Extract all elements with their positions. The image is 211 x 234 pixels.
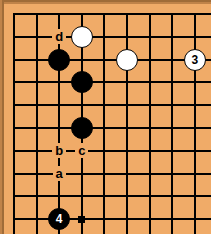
intersection xyxy=(48,48,71,71)
intersection xyxy=(161,185,184,208)
intersection xyxy=(70,117,93,140)
intersection xyxy=(138,25,161,48)
intersection xyxy=(161,139,184,162)
intersection xyxy=(116,185,139,208)
intersection xyxy=(70,162,93,185)
intersection xyxy=(183,25,206,48)
intersection xyxy=(25,208,48,231)
intersection xyxy=(70,208,93,231)
intersection xyxy=(138,117,161,140)
intersection xyxy=(183,162,206,185)
intersection xyxy=(93,25,116,48)
intersection xyxy=(183,117,206,140)
intersection xyxy=(161,48,184,71)
black-stone: 4 xyxy=(48,208,70,230)
intersection xyxy=(161,117,184,140)
intersection xyxy=(116,94,139,117)
point-label: a xyxy=(53,166,66,181)
intersection xyxy=(183,208,206,231)
star-point-marker xyxy=(78,216,85,223)
intersection xyxy=(93,3,116,26)
white-stone xyxy=(116,49,138,71)
white-stone: 3 xyxy=(184,49,206,71)
intersection xyxy=(93,94,116,117)
intersection xyxy=(25,185,48,208)
intersection xyxy=(48,185,71,208)
intersection xyxy=(161,94,184,117)
intersection xyxy=(183,71,206,94)
intersection xyxy=(70,71,93,94)
intersection xyxy=(25,117,48,140)
intersection xyxy=(138,48,161,71)
intersection xyxy=(70,185,93,208)
intersection xyxy=(25,25,48,48)
intersection xyxy=(161,162,184,185)
intersection xyxy=(93,185,116,208)
intersection xyxy=(93,117,116,140)
intersection xyxy=(138,185,161,208)
intersection xyxy=(93,162,116,185)
intersection xyxy=(93,139,116,162)
intersection xyxy=(138,94,161,117)
intersection: c xyxy=(70,139,93,162)
intersection: d xyxy=(48,25,71,48)
intersection xyxy=(48,3,71,26)
black-stone xyxy=(71,117,93,139)
intersection xyxy=(183,3,206,26)
intersection xyxy=(3,139,26,162)
intersection xyxy=(138,208,161,231)
intersection xyxy=(3,71,26,94)
intersection xyxy=(116,25,139,48)
intersection xyxy=(25,162,48,185)
intersection xyxy=(70,48,93,71)
intersection xyxy=(116,162,139,185)
intersection xyxy=(116,208,139,231)
intersection xyxy=(138,71,161,94)
intersection xyxy=(183,139,206,162)
intersection xyxy=(161,25,184,48)
intersection xyxy=(3,3,26,26)
intersection xyxy=(70,3,93,26)
point-label: b xyxy=(52,143,66,158)
intersection xyxy=(116,117,139,140)
intersection xyxy=(116,71,139,94)
point-label: d xyxy=(52,29,66,44)
intersection xyxy=(3,162,26,185)
board-grid: d3bca4 xyxy=(3,3,206,231)
stone-move-number: 4 xyxy=(56,213,63,225)
intersection xyxy=(161,208,184,231)
intersection xyxy=(25,3,48,26)
intersection xyxy=(161,71,184,94)
intersection xyxy=(93,208,116,231)
intersection xyxy=(48,117,71,140)
intersection xyxy=(25,94,48,117)
intersection xyxy=(3,185,26,208)
intersection xyxy=(138,139,161,162)
intersection xyxy=(161,3,184,26)
intersection xyxy=(25,71,48,94)
intersection xyxy=(116,48,139,71)
intersection xyxy=(138,162,161,185)
intersection xyxy=(116,3,139,26)
stone-move-number: 3 xyxy=(191,54,198,66)
intersection xyxy=(138,3,161,26)
intersection: 4 xyxy=(48,208,71,231)
go-board: d3bca4 xyxy=(0,0,211,234)
intersection xyxy=(3,117,26,140)
intersection xyxy=(116,139,139,162)
intersection xyxy=(93,71,116,94)
black-stone xyxy=(71,71,93,93)
intersection xyxy=(183,94,206,117)
intersection xyxy=(48,94,71,117)
intersection xyxy=(25,139,48,162)
point-label: c xyxy=(75,143,88,158)
white-stone xyxy=(71,26,93,48)
intersection: b xyxy=(48,139,71,162)
intersection xyxy=(3,25,26,48)
intersection: a xyxy=(48,162,71,185)
intersection xyxy=(3,48,26,71)
intersection xyxy=(3,94,26,117)
intersection xyxy=(93,48,116,71)
intersection: 3 xyxy=(183,48,206,71)
intersection xyxy=(70,25,93,48)
intersection xyxy=(183,185,206,208)
intersection xyxy=(25,48,48,71)
intersection xyxy=(48,71,71,94)
intersection xyxy=(70,94,93,117)
black-stone xyxy=(48,49,70,71)
intersection xyxy=(3,208,26,231)
